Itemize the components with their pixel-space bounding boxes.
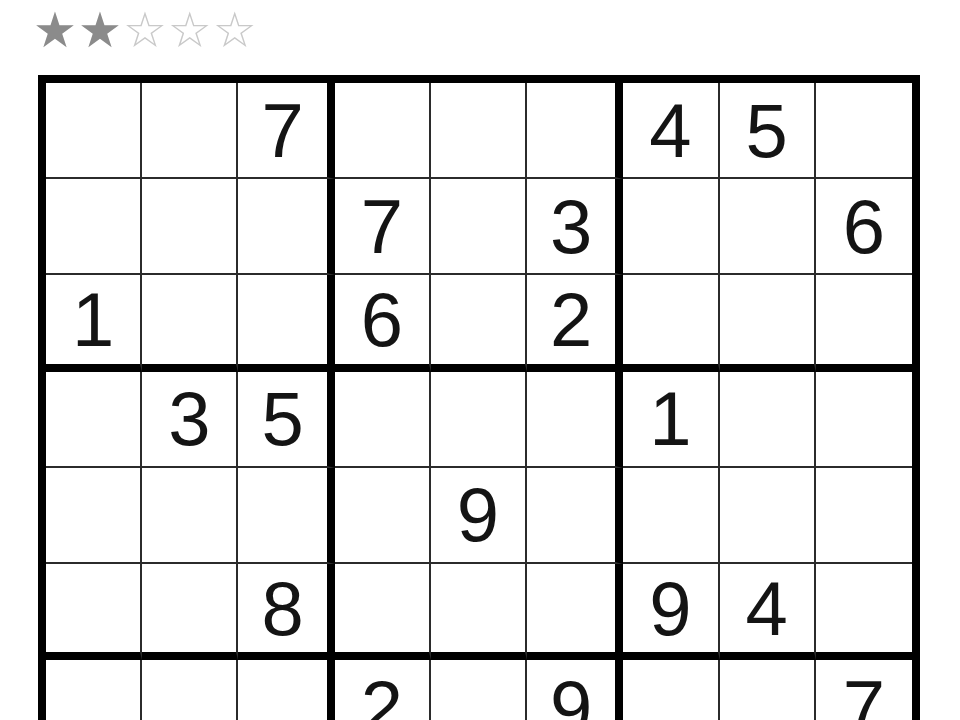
cell-r3c4[interactable]: 6	[335, 275, 431, 371]
cell-r2c3[interactable]	[238, 179, 334, 275]
cell-r3c8[interactable]	[720, 275, 816, 371]
cell-r6c2[interactable]	[142, 564, 238, 660]
cell-r5c3[interactable]	[238, 468, 334, 564]
cell-r5c2[interactable]	[142, 468, 238, 564]
star-empty-icon: ☆	[123, 3, 168, 57]
cell-r7c4[interactable]: 2	[335, 660, 431, 720]
cell-r3c1[interactable]: 1	[46, 275, 142, 371]
cell-r4c9[interactable]	[816, 372, 912, 468]
cell-r1c3[interactable]: 7	[238, 83, 334, 179]
cell-r7c2[interactable]	[142, 660, 238, 720]
cell-r3c7[interactable]	[623, 275, 719, 371]
cell-r3c6[interactable]: 2	[527, 275, 623, 371]
cell-r6c3[interactable]: 8	[238, 564, 334, 660]
cell-r3c2[interactable]	[142, 275, 238, 371]
star-filled-icon: ★	[33, 3, 78, 57]
cell-r2c9[interactable]: 6	[816, 179, 912, 275]
cell-r1c9[interactable]	[816, 83, 912, 179]
cell-r7c6[interactable]: 9	[527, 660, 623, 720]
cell-r4c2[interactable]: 3	[142, 372, 238, 468]
cell-r4c7[interactable]: 1	[623, 372, 719, 468]
cell-r4c6[interactable]	[527, 372, 623, 468]
cell-r7c1[interactable]	[46, 660, 142, 720]
cell-r7c8[interactable]	[720, 660, 816, 720]
cell-r1c6[interactable]	[527, 83, 623, 179]
star-filled-icon: ★	[78, 3, 123, 57]
cell-r3c3[interactable]	[238, 275, 334, 371]
cell-r7c9[interactable]: 7	[816, 660, 912, 720]
difficulty-rating: ★★☆☆☆	[33, 4, 258, 58]
cell-r1c4[interactable]	[335, 83, 431, 179]
cell-r6c1[interactable]	[46, 564, 142, 660]
cell-r7c5[interactable]	[431, 660, 527, 720]
cell-r5c1[interactable]	[46, 468, 142, 564]
cell-r4c3[interactable]: 5	[238, 372, 334, 468]
cell-r2c7[interactable]	[623, 179, 719, 275]
cell-r5c4[interactable]	[335, 468, 431, 564]
cell-r5c7[interactable]	[623, 468, 719, 564]
cell-r7c7[interactable]	[623, 660, 719, 720]
cell-r5c5[interactable]: 9	[431, 468, 527, 564]
cell-r6c9[interactable]	[816, 564, 912, 660]
cell-r1c2[interactable]	[142, 83, 238, 179]
star-empty-icon: ☆	[168, 3, 213, 57]
cell-r2c1[interactable]	[46, 179, 142, 275]
cell-r2c2[interactable]	[142, 179, 238, 275]
cell-r2c5[interactable]	[431, 179, 527, 275]
cell-r1c5[interactable]	[431, 83, 527, 179]
cell-r2c4[interactable]: 7	[335, 179, 431, 275]
cell-r6c5[interactable]	[431, 564, 527, 660]
cell-r4c8[interactable]	[720, 372, 816, 468]
star-empty-icon: ☆	[213, 3, 258, 57]
cell-r5c6[interactable]	[527, 468, 623, 564]
cell-r4c5[interactable]	[431, 372, 527, 468]
cell-r2c8[interactable]	[720, 179, 816, 275]
cell-r6c6[interactable]	[527, 564, 623, 660]
cell-r5c9[interactable]	[816, 468, 912, 564]
cell-r3c9[interactable]	[816, 275, 912, 371]
cell-r5c8[interactable]	[720, 468, 816, 564]
cell-r1c7[interactable]: 4	[623, 83, 719, 179]
cell-r6c7[interactable]: 9	[623, 564, 719, 660]
cell-r1c8[interactable]: 5	[720, 83, 816, 179]
cell-r4c4[interactable]	[335, 372, 431, 468]
sudoku-board: 7457361623519894297	[38, 75, 920, 720]
cell-r4c1[interactable]	[46, 372, 142, 468]
cell-r2c6[interactable]: 3	[527, 179, 623, 275]
cell-r7c3[interactable]	[238, 660, 334, 720]
cell-r6c4[interactable]	[335, 564, 431, 660]
cell-r3c5[interactable]	[431, 275, 527, 371]
cell-r6c8[interactable]: 4	[720, 564, 816, 660]
cell-r1c1[interactable]	[46, 83, 142, 179]
